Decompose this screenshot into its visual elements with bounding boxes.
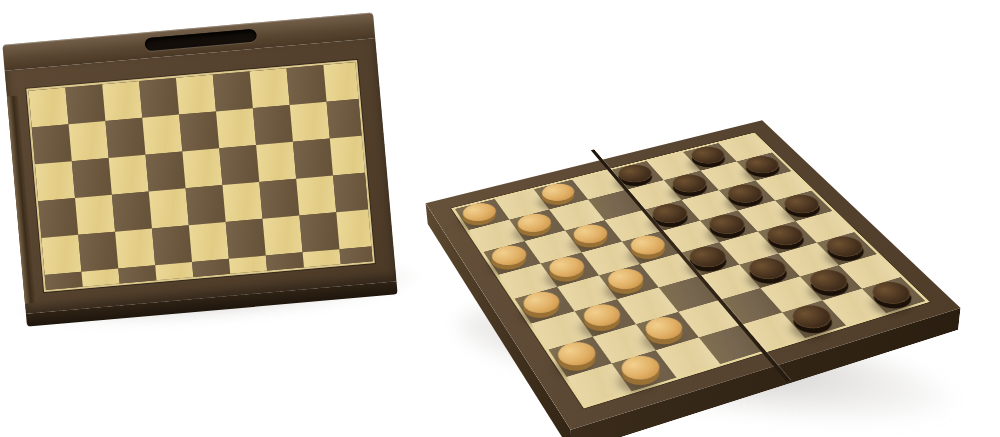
veneer-square	[35, 161, 75, 201]
handle-slot	[144, 29, 257, 52]
veneer-square	[333, 172, 373, 212]
veneer-square	[222, 182, 262, 222]
veneer-square	[182, 148, 222, 188]
dark-checker	[804, 266, 855, 295]
veneer-square	[186, 185, 226, 225]
closed-box-checker-veneer	[28, 62, 374, 292]
veneer-square	[118, 265, 158, 292]
veneer-square	[213, 71, 253, 111]
square-a1	[567, 363, 632, 405]
dark-checker	[786, 302, 838, 333]
veneer-square	[339, 246, 374, 286]
veneer-square	[266, 252, 306, 292]
square-d4	[640, 253, 700, 287]
product-photo-checkers-set: { "game": "checkers (draughts) — folding…	[0, 0, 1000, 437]
light-checker	[640, 314, 688, 344]
veneer-square	[146, 151, 186, 191]
veneer-square	[81, 268, 121, 292]
square-e2	[720, 288, 782, 325]
veneer-square	[105, 118, 145, 158]
veneer-square	[38, 198, 78, 238]
square-e3	[699, 265, 760, 300]
square-b1	[612, 350, 677, 391]
square-b4	[557, 275, 617, 311]
open-checkers-board	[426, 120, 961, 430]
square-d2	[678, 300, 741, 338]
veneer-square	[152, 225, 192, 265]
veneer-square	[112, 192, 152, 232]
veneer-square	[299, 212, 339, 252]
light-checker	[616, 352, 666, 384]
veneer-square	[189, 222, 229, 262]
square-g1	[822, 289, 886, 326]
square-b3	[575, 299, 636, 337]
veneer-square	[253, 105, 293, 145]
square-a5	[499, 263, 558, 298]
square-a3	[531, 311, 593, 349]
veneer-square	[286, 65, 326, 105]
veneer-square	[28, 87, 68, 127]
veneer-square	[115, 228, 155, 268]
veneer-square	[259, 179, 299, 219]
veneer-square	[155, 262, 195, 292]
veneer-square	[78, 232, 118, 272]
dark-checker	[866, 278, 918, 307]
square-d1	[699, 325, 763, 364]
veneer-square	[109, 155, 149, 195]
veneer-square	[229, 256, 269, 292]
veneer-square	[256, 142, 296, 182]
square-c3	[617, 287, 678, 324]
light-checker	[459, 200, 501, 224]
veneer-square	[290, 102, 330, 142]
veneer-square	[192, 259, 232, 292]
closed-box-border-inlay	[26, 60, 375, 292]
light-checker	[544, 254, 589, 280]
veneer-square	[303, 249, 343, 289]
square-h2	[839, 254, 901, 289]
closed-checkers-box	[2, 12, 397, 326]
square-c2	[636, 312, 699, 350]
veneer-square	[293, 139, 333, 179]
veneer-square	[263, 216, 303, 256]
veneer-square	[65, 84, 105, 124]
square-a2	[548, 337, 611, 377]
veneer-square	[149, 188, 189, 228]
light-checker	[518, 288, 564, 316]
square-a4	[515, 287, 575, 324]
square-f2	[760, 276, 822, 312]
veneer-square	[72, 158, 112, 198]
veneer-square	[139, 78, 179, 118]
dark-checker	[743, 255, 793, 283]
veneer-square	[226, 219, 266, 259]
square-e1	[741, 312, 805, 350]
veneer-square	[176, 75, 216, 115]
light-checker	[578, 301, 625, 330]
veneer-square	[216, 108, 256, 148]
light-checker	[603, 266, 649, 293]
veneer-square	[102, 81, 142, 121]
veneer-square	[327, 98, 367, 138]
veneer-square	[296, 175, 336, 215]
veneer-square	[32, 124, 72, 164]
square-b5	[541, 252, 599, 286]
square-f1	[782, 300, 846, 338]
veneer-square	[179, 111, 219, 151]
veneer-square	[41, 235, 81, 275]
square-c4	[599, 264, 659, 299]
veneer-square	[330, 135, 370, 175]
square-g2	[800, 265, 862, 300]
veneer-square	[142, 115, 182, 155]
square-h1	[862, 277, 925, 313]
open-board-scene	[430, 0, 1000, 437]
veneer-square	[323, 62, 363, 102]
veneer-square	[75, 195, 115, 235]
veneer-square	[219, 145, 259, 185]
veneer-square	[336, 209, 375, 249]
veneer-square	[45, 272, 85, 292]
veneer-square	[250, 68, 290, 108]
square-d3	[659, 276, 720, 312]
square-c1	[656, 337, 721, 377]
square-b2	[593, 324, 656, 363]
closed-box-front-face	[5, 38, 397, 313]
square-f3	[739, 254, 800, 288]
light-checker	[537, 181, 579, 204]
light-checker	[553, 338, 602, 369]
veneer-square	[69, 121, 109, 161]
